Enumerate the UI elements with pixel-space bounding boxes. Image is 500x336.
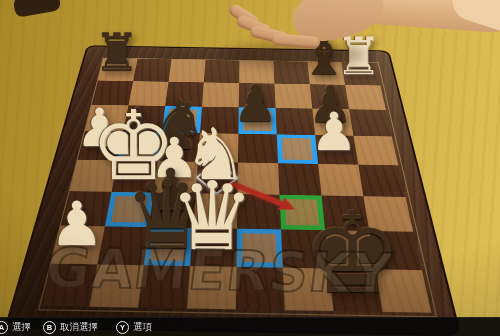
- upper-arm: [447, 0, 500, 36]
- piece-black-king-g1[interactable]: ♚: [297, 198, 409, 310]
- square-d1[interactable]: [186, 266, 235, 309]
- finger: [249, 25, 291, 46]
- piece-white-pawn-a2[interactable]: ♟: [46, 194, 107, 255]
- hint-button-A[interactable]: A選擇: [0, 321, 31, 334]
- hint-label: 取消選擇: [60, 321, 98, 334]
- piece-white-pawn-g5[interactable]: ♟: [308, 106, 361, 159]
- square-c8[interactable]: [168, 59, 205, 82]
- finger: [235, 14, 273, 39]
- button-hints-bar: A選擇B取消選擇Y選項: [0, 317, 500, 336]
- gamepad-Y-icon: Y: [116, 321, 129, 334]
- hint-button-Y[interactable]: Y選項: [116, 321, 152, 334]
- square-e1[interactable]: [235, 266, 284, 309]
- square-a1[interactable]: [40, 263, 97, 306]
- piece-black-rook-a8[interactable]: ♜: [91, 27, 143, 79]
- game-screen: ♜♝♜♟♟♟♟♞♟♚♟♞♟♟♛♛♚ GAMERSKY A選擇B取消選擇Y選項: [0, 0, 500, 336]
- gamepad-A-icon: A: [0, 321, 8, 334]
- finger: [227, 2, 260, 29]
- piece-white-queen-d2[interactable]: ♛: [165, 169, 260, 264]
- hint-label: 選擇: [12, 321, 31, 334]
- hint-label: 選項: [133, 321, 152, 334]
- square-c1[interactable]: [138, 265, 190, 308]
- gamepad-B-icon: B: [43, 321, 56, 334]
- captured-piece-blur: [13, 0, 62, 18]
- hint-button-B[interactable]: B取消選擇: [43, 321, 98, 334]
- square-b1[interactable]: [89, 264, 144, 307]
